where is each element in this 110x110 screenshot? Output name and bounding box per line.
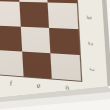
file-label-f: f bbox=[4, 79, 17, 88]
square-g2[interactable] bbox=[21, 27, 51, 54]
chessboard-photo: abcdefgh12345678 bbox=[0, 0, 110, 110]
square-f3[interactable] bbox=[0, 1, 21, 27]
square-g1[interactable] bbox=[22, 52, 52, 79]
file-label-g: g bbox=[32, 81, 45, 90]
square-f1[interactable] bbox=[0, 50, 24, 76]
square-g3[interactable] bbox=[19, 2, 49, 28]
chess-board-grid bbox=[0, 0, 82, 82]
rank-label-1: 1 bbox=[87, 63, 97, 76]
square-h3[interactable] bbox=[48, 3, 79, 30]
board-print: abcdefgh12345678 bbox=[0, 0, 84, 83]
square-f2[interactable] bbox=[0, 26, 22, 52]
rank-label-3: 3 bbox=[84, 11, 94, 23]
rank-label-2: 2 bbox=[86, 37, 96, 50]
file-label-h: h bbox=[60, 83, 74, 92]
square-h2[interactable] bbox=[49, 28, 80, 55]
square-h1[interactable] bbox=[50, 53, 81, 81]
